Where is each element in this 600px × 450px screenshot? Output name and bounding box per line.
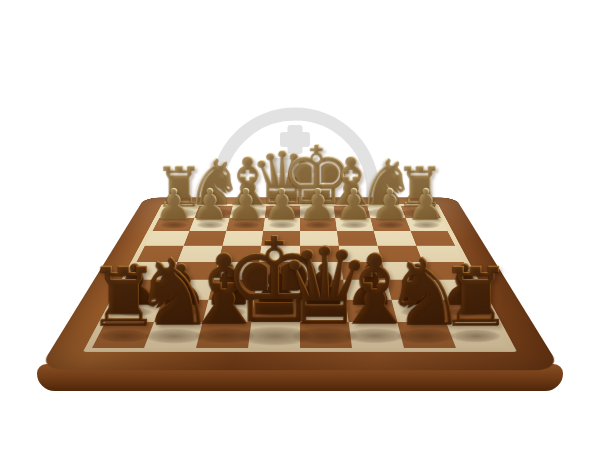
chess-product-photo: ♜♞♝♛♚♝♞♜♟♟♟♟♟♟♟♟♟♟♟♟♟♟♟♟♜♞♝♚♛♝♞♜: [0, 0, 600, 450]
piece-light-pawn-b2: ♟: [371, 183, 409, 226]
piece-dark-rook-a8: ♜: [440, 257, 513, 338]
piece-light-pawn-a2: ♟: [407, 183, 445, 226]
piece-light-pawn-c2: ♟: [335, 183, 373, 226]
pieces-layer: ♜♞♝♛♚♝♞♜♟♟♟♟♟♟♟♟♟♟♟♟♟♟♟♟♜♞♝♚♛♝♞♜: [0, 0, 600, 450]
piece-light-pawn-h2: ♟: [155, 183, 193, 226]
